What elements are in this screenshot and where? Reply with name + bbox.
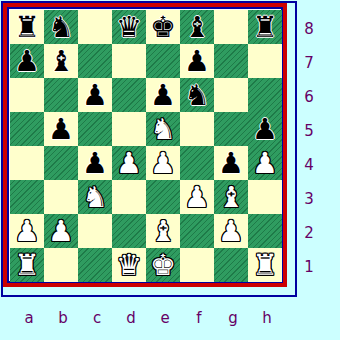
rank-label-7: 7: [298, 46, 320, 80]
piece-white-pawn-h4: ♟: [252, 146, 278, 180]
piece-white-bishop-g3: ♝: [218, 180, 244, 214]
rank-label-6: 6: [298, 80, 320, 114]
square-h3[interactable]: [248, 180, 282, 214]
square-a1[interactable]: ♜: [10, 248, 44, 282]
piece-white-pawn-a2: ♟: [14, 214, 40, 248]
square-g2[interactable]: ♟: [214, 214, 248, 248]
square-e3[interactable]: [146, 180, 180, 214]
square-b7[interactable]: ♝: [44, 44, 78, 78]
square-h6[interactable]: [248, 78, 282, 112]
board-frame-white: ♜♞♛♚♝♜♟♝♟♟♟♞♟♞♟♟♟♟♟♟♞♟♝♟♟♝♟♜♛♚♜: [9, 9, 281, 281]
chess-board: ♜♞♛♚♝♜♟♝♟♟♟♞♟♞♟♟♟♟♟♟♞♟♝♟♟♝♟♜♛♚♜: [10, 10, 282, 282]
square-h7[interactable]: [248, 44, 282, 78]
file-label-g: g: [216, 306, 250, 330]
square-b5[interactable]: ♟: [44, 112, 78, 146]
piece-black-king-e8: ♚: [150, 10, 176, 44]
square-f1[interactable]: [180, 248, 214, 282]
square-f4[interactable]: [180, 146, 214, 180]
file-label-h: h: [250, 306, 284, 330]
piece-black-pawn-c4: ♟: [82, 146, 108, 180]
square-f5[interactable]: [180, 112, 214, 146]
rank-label-4: 4: [298, 148, 320, 182]
piece-white-king-e1: ♚: [150, 248, 176, 282]
square-d5[interactable]: [112, 112, 146, 146]
square-f8[interactable]: ♝: [180, 10, 214, 44]
square-c5[interactable]: [78, 112, 112, 146]
rank-label-3: 3: [298, 182, 320, 216]
square-b1[interactable]: [44, 248, 78, 282]
square-d1[interactable]: ♛: [112, 248, 146, 282]
square-c7[interactable]: [78, 44, 112, 78]
piece-black-queen-d8: ♛: [116, 10, 142, 44]
square-d3[interactable]: [112, 180, 146, 214]
board-frame-outer: ♜♞♛♚♝♜♟♝♟♟♟♞♟♞♟♟♟♟♟♟♞♟♝♟♟♝♟♜♛♚♜: [1, 1, 297, 297]
piece-black-bishop-f8: ♝: [184, 10, 210, 44]
rank-labels: 87654321: [298, 12, 320, 284]
file-label-d: d: [114, 306, 148, 330]
file-label-e: e: [148, 306, 182, 330]
square-h2[interactable]: [248, 214, 282, 248]
square-a2[interactable]: ♟: [10, 214, 44, 248]
square-a4[interactable]: [10, 146, 44, 180]
square-a6[interactable]: [10, 78, 44, 112]
square-b3[interactable]: [44, 180, 78, 214]
piece-white-knight-c3: ♞: [82, 180, 108, 214]
square-e6[interactable]: ♟: [146, 78, 180, 112]
square-g7[interactable]: [214, 44, 248, 78]
piece-black-rook-a8: ♜: [14, 10, 40, 44]
piece-white-knight-e5: ♞: [150, 112, 176, 146]
square-d2[interactable]: [112, 214, 146, 248]
square-h8[interactable]: ♜: [248, 10, 282, 44]
rank-label-2: 2: [298, 216, 320, 250]
piece-white-pawn-b2: ♟: [48, 214, 74, 248]
square-c1[interactable]: [78, 248, 112, 282]
square-c4[interactable]: ♟: [78, 146, 112, 180]
square-a5[interactable]: [10, 112, 44, 146]
piece-black-pawn-c6: ♟: [82, 78, 108, 112]
piece-white-rook-a1: ♜: [14, 248, 40, 282]
file-label-b: b: [46, 306, 80, 330]
piece-white-rook-h1: ♜: [252, 248, 278, 282]
rank-label-5: 5: [298, 114, 320, 148]
piece-black-pawn-b5: ♟: [48, 112, 74, 146]
square-e8[interactable]: ♚: [146, 10, 180, 44]
square-h1[interactable]: ♜: [248, 248, 282, 282]
square-a8[interactable]: ♜: [10, 10, 44, 44]
square-h5[interactable]: ♟: [248, 112, 282, 146]
square-d4[interactable]: ♟: [112, 146, 146, 180]
board-frame-red: ♜♞♛♚♝♜♟♝♟♟♟♞♟♞♟♟♟♟♟♟♞♟♝♟♟♝♟♜♛♚♜: [3, 3, 287, 287]
square-c8[interactable]: [78, 10, 112, 44]
square-g6[interactable]: [214, 78, 248, 112]
file-label-c: c: [80, 306, 114, 330]
piece-white-pawn-e4: ♟: [150, 146, 176, 180]
square-d7[interactable]: [112, 44, 146, 78]
square-c2[interactable]: [78, 214, 112, 248]
square-g3[interactable]: ♝: [214, 180, 248, 214]
piece-black-pawn-a7: ♟: [14, 44, 40, 78]
square-b4[interactable]: [44, 146, 78, 180]
square-g8[interactable]: [214, 10, 248, 44]
piece-black-pawn-f7: ♟: [184, 44, 210, 78]
square-g5[interactable]: [214, 112, 248, 146]
file-label-f: f: [182, 306, 216, 330]
file-label-a: a: [12, 306, 46, 330]
rank-label-8: 8: [298, 12, 320, 46]
square-a3[interactable]: [10, 180, 44, 214]
piece-black-pawn-h5: ♟: [252, 112, 278, 146]
square-e5[interactable]: ♞: [146, 112, 180, 146]
square-c6[interactable]: ♟: [78, 78, 112, 112]
square-e2[interactable]: ♝: [146, 214, 180, 248]
square-f7[interactable]: ♟: [180, 44, 214, 78]
square-c3[interactable]: ♞: [78, 180, 112, 214]
square-b6[interactable]: [44, 78, 78, 112]
square-h4[interactable]: ♟: [248, 146, 282, 180]
piece-white-pawn-f3: ♟: [184, 180, 210, 214]
piece-black-rook-h8: ♜: [252, 10, 278, 44]
square-g4[interactable]: ♟: [214, 146, 248, 180]
piece-white-pawn-g2: ♟: [218, 214, 244, 248]
square-b8[interactable]: ♞: [44, 10, 78, 44]
square-f3[interactable]: ♟: [180, 180, 214, 214]
piece-white-pawn-d4: ♟: [116, 146, 142, 180]
square-e7[interactable]: [146, 44, 180, 78]
board-frame-inner: ♜♞♛♚♝♜♟♝♟♟♟♞♟♞♟♟♟♟♟♟♞♟♝♟♟♝♟♜♛♚♜: [7, 7, 283, 283]
file-labels: abcdefgh: [12, 306, 284, 330]
piece-white-bishop-e2: ♝: [150, 214, 176, 248]
square-e4[interactable]: ♟: [146, 146, 180, 180]
piece-white-queen-d1: ♛: [116, 248, 142, 282]
square-a7[interactable]: ♟: [10, 44, 44, 78]
square-b2[interactable]: ♟: [44, 214, 78, 248]
piece-black-bishop-b7: ♝: [48, 44, 74, 78]
square-f6[interactable]: ♞: [180, 78, 214, 112]
square-d6[interactable]: [112, 78, 146, 112]
square-e1[interactable]: ♚: [146, 248, 180, 282]
piece-black-knight-b8: ♞: [48, 10, 74, 44]
chess-diagram-page: ♜♞♛♚♝♜♟♝♟♟♟♞♟♞♟♟♟♟♟♟♞♟♝♟♟♝♟♜♛♚♜ abcdefgh…: [0, 0, 340, 340]
square-f2[interactable]: [180, 214, 214, 248]
piece-black-pawn-e6: ♟: [150, 78, 176, 112]
rank-label-1: 1: [298, 250, 320, 284]
square-g1[interactable]: [214, 248, 248, 282]
square-d8[interactable]: ♛: [112, 10, 146, 44]
piece-black-knight-f6: ♞: [184, 78, 210, 112]
piece-black-pawn-g4: ♟: [218, 146, 244, 180]
